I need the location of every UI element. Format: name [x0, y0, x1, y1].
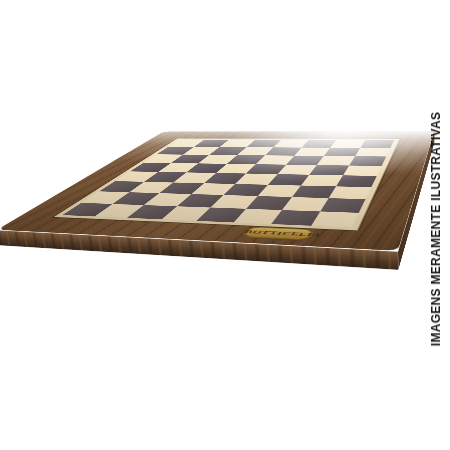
square-h5	[342, 165, 381, 176]
square-h4	[336, 175, 377, 187]
square-h8	[360, 140, 394, 148]
square-h2	[320, 198, 366, 213]
square-h6	[349, 156, 386, 166]
watermark-text: IMAGENS MERAMENTE ILUSTRATIVAS	[429, 112, 443, 347]
square-h1	[311, 211, 359, 227]
chessboard: BOTTICELLI	[0, 131, 434, 251]
square-h7	[355, 148, 391, 157]
board-squares	[62, 140, 394, 228]
square-h3	[328, 186, 371, 199]
product-photo-scene: BOTTICELLI IMAGENS MERAMENTE ILUSTRATIVA…	[0, 0, 450, 450]
